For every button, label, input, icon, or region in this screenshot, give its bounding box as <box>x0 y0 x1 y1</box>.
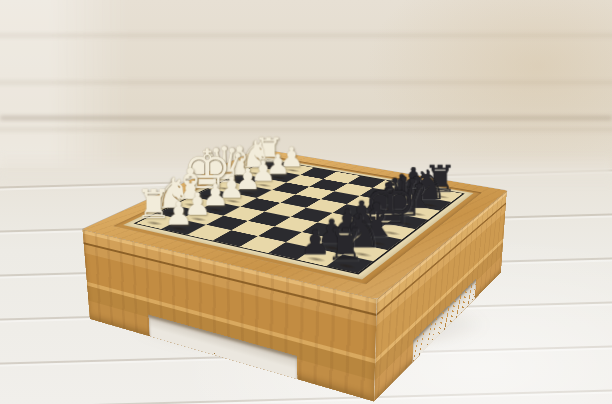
piece-black-rook: ♜ <box>326 223 366 267</box>
box-foot-arch-right <box>413 278 477 362</box>
box-foot-arch-front <box>149 315 297 380</box>
chess-box: ♜♟♟♜♞♟♟♞♝♟♟♝♛♟♟♛♚♟♟♚♝♟♟♝♞♟♟♞♜♟♟♜ <box>82 149 507 299</box>
square-h4 <box>213 230 258 246</box>
photo-scene: ♜♟♟♜♞♟♟♞♝♟♟♝♛♟♟♛♚♟♟♚♝♟♟♝♞♟♟♞♜♟♟♜ <box>0 0 612 404</box>
perspective-stage: ♜♟♟♜♞♟♟♞♝♟♟♝♛♟♟♛♚♟♟♚♝♟♟♝♞♟♟♞♜♟♟♜ <box>0 0 612 404</box>
piece-white-pawn: ♟ <box>164 198 193 230</box>
